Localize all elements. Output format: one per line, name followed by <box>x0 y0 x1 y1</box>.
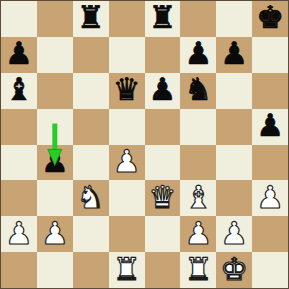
square-c4[interactable] <box>73 145 109 181</box>
white-rook[interactable]: ♜ <box>113 254 141 285</box>
square-h7[interactable] <box>252 37 288 73</box>
white-pawn[interactable]: ♟ <box>220 218 248 249</box>
square-c7[interactable] <box>73 37 109 73</box>
square-a7[interactable]: ♟ <box>1 37 37 73</box>
square-b3[interactable] <box>37 180 73 216</box>
black-pawn[interactable]: ♟ <box>184 38 212 69</box>
black-pawn[interactable]: ♟ <box>256 110 284 141</box>
square-e5[interactable] <box>145 109 181 145</box>
black-pawn[interactable]: ♟ <box>41 146 69 177</box>
square-g2[interactable]: ♟ <box>216 216 252 252</box>
square-f5[interactable] <box>180 109 216 145</box>
square-a1[interactable] <box>1 252 37 288</box>
square-g3[interactable] <box>216 180 252 216</box>
square-a8[interactable] <box>1 1 37 37</box>
square-g7[interactable]: ♟ <box>216 37 252 73</box>
black-pawn[interactable]: ♟ <box>149 74 177 105</box>
square-h3[interactable]: ♟ <box>252 180 288 216</box>
square-c1[interactable] <box>73 252 109 288</box>
square-f1[interactable]: ♜ <box>180 252 216 288</box>
square-a3[interactable] <box>1 180 37 216</box>
square-g1[interactable]: ♚ <box>216 252 252 288</box>
square-c8[interactable]: ♜ <box>73 1 109 37</box>
square-c5[interactable] <box>73 109 109 145</box>
square-b8[interactable] <box>37 1 73 37</box>
square-f3[interactable]: ♝ <box>180 180 216 216</box>
chess-board[interactable]: ♜♜♚♟♟♟♝♛♟♞♟♟♟♞♛♝♟♟♟♟♟♜♜♚ <box>1 1 288 288</box>
square-b6[interactable] <box>37 73 73 109</box>
white-bishop[interactable]: ♝ <box>184 182 212 213</box>
square-e6[interactable]: ♟ <box>145 73 181 109</box>
square-d3[interactable] <box>109 180 145 216</box>
square-a4[interactable] <box>1 145 37 181</box>
square-d1[interactable]: ♜ <box>109 252 145 288</box>
square-h8[interactable]: ♚ <box>252 1 288 37</box>
white-rook[interactable]: ♜ <box>184 254 212 285</box>
white-pawn[interactable]: ♟ <box>41 218 69 249</box>
square-e4[interactable] <box>145 145 181 181</box>
black-knight[interactable]: ♞ <box>184 74 212 105</box>
square-a6[interactable]: ♝ <box>1 73 37 109</box>
square-e8[interactable]: ♜ <box>145 1 181 37</box>
square-b7[interactable] <box>37 37 73 73</box>
black-rook[interactable]: ♜ <box>77 2 105 33</box>
square-g8[interactable] <box>216 1 252 37</box>
square-e2[interactable] <box>145 216 181 252</box>
white-king[interactable]: ♚ <box>220 254 248 285</box>
square-g6[interactable] <box>216 73 252 109</box>
black-pawn[interactable]: ♟ <box>220 38 248 69</box>
square-d7[interactable] <box>109 37 145 73</box>
black-rook[interactable]: ♜ <box>149 2 177 33</box>
chess-board-frame: ♜♜♚♟♟♟♝♛♟♞♟♟♟♞♛♝♟♟♟♟♟♜♜♚ <box>0 0 289 289</box>
white-pawn[interactable]: ♟ <box>5 218 33 249</box>
square-b1[interactable] <box>37 252 73 288</box>
black-bishop[interactable]: ♝ <box>5 74 33 105</box>
white-pawn[interactable]: ♟ <box>113 146 141 177</box>
square-f6[interactable]: ♞ <box>180 73 216 109</box>
white-knight[interactable]: ♞ <box>77 182 105 213</box>
square-h6[interactable] <box>252 73 288 109</box>
square-d4[interactable]: ♟ <box>109 145 145 181</box>
square-e3[interactable]: ♛ <box>145 180 181 216</box>
square-h5[interactable]: ♟ <box>252 109 288 145</box>
square-d5[interactable] <box>109 109 145 145</box>
square-g5[interactable] <box>216 109 252 145</box>
square-c2[interactable] <box>73 216 109 252</box>
white-pawn[interactable]: ♟ <box>256 182 284 213</box>
square-h1[interactable] <box>252 252 288 288</box>
black-queen[interactable]: ♛ <box>113 74 141 105</box>
square-a2[interactable]: ♟ <box>1 216 37 252</box>
white-queen[interactable]: ♛ <box>149 182 177 213</box>
square-d8[interactable] <box>109 1 145 37</box>
square-b2[interactable]: ♟ <box>37 216 73 252</box>
square-f4[interactable] <box>180 145 216 181</box>
square-f2[interactable]: ♟ <box>180 216 216 252</box>
square-a5[interactable] <box>1 109 37 145</box>
white-pawn[interactable]: ♟ <box>184 218 212 249</box>
square-f8[interactable] <box>180 1 216 37</box>
square-e1[interactable] <box>145 252 181 288</box>
square-b4[interactable]: ♟ <box>37 145 73 181</box>
black-king[interactable]: ♚ <box>256 2 284 33</box>
square-h2[interactable] <box>252 216 288 252</box>
square-c3[interactable]: ♞ <box>73 180 109 216</box>
square-h4[interactable] <box>252 145 288 181</box>
square-e7[interactable] <box>145 37 181 73</box>
square-b5[interactable] <box>37 109 73 145</box>
square-f7[interactable]: ♟ <box>180 37 216 73</box>
square-d2[interactable] <box>109 216 145 252</box>
square-d6[interactable]: ♛ <box>109 73 145 109</box>
square-c6[interactable] <box>73 73 109 109</box>
black-pawn[interactable]: ♟ <box>5 38 33 69</box>
square-g4[interactable] <box>216 145 252 181</box>
